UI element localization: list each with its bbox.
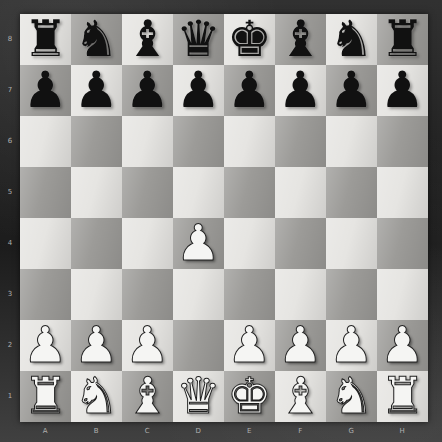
square-a4[interactable] [20, 218, 71, 269]
square-h8[interactable]: ♜ [377, 14, 428, 65]
piece-bP-c7[interactable]: ♟ [125, 65, 170, 116]
rank-label-2: 2 [0, 320, 20, 371]
square-e1[interactable]: ♚ [224, 371, 275, 422]
piece-bP-a7[interactable]: ♟ [23, 65, 68, 116]
square-g8[interactable]: ♞ [326, 14, 377, 65]
piece-bP-d7[interactable]: ♟ [176, 65, 221, 116]
square-a1[interactable]: ♜ [20, 371, 71, 422]
piece-wP-d4[interactable]: ♟ [176, 218, 221, 269]
square-f2[interactable]: ♟ [275, 320, 326, 371]
square-c2[interactable]: ♟ [122, 320, 173, 371]
rank-label-4: 4 [0, 218, 20, 269]
square-f7[interactable]: ♟ [275, 65, 326, 116]
file-label-e: E [224, 422, 275, 442]
square-d4[interactable]: ♟ [173, 218, 224, 269]
square-c5[interactable] [122, 167, 173, 218]
square-e5[interactable] [224, 167, 275, 218]
square-b2[interactable]: ♟ [71, 320, 122, 371]
square-d1[interactable]: ♛ [173, 371, 224, 422]
piece-wQ-d1[interactable]: ♛ [176, 371, 221, 422]
piece-wN-g1[interactable]: ♞ [329, 371, 374, 422]
square-a7[interactable]: ♟ [20, 65, 71, 116]
square-f6[interactable] [275, 116, 326, 167]
chessboard: ♜♞♝♛♚♝♞♜♟♟♟♟♟♟♟♟♟♟♟♟♟♟♟♟♜♞♝♛♚♝♞♜ [20, 14, 428, 422]
file-label-f: F [275, 422, 326, 442]
board-frame: ♜♞♝♛♚♝♞♜♟♟♟♟♟♟♟♟♟♟♟♟♟♟♟♟♜♞♝♛♚♝♞♜ 8765432… [0, 0, 442, 442]
piece-wP-b2[interactable]: ♟ [74, 320, 119, 371]
file-labels: ABCDEFGH [20, 422, 428, 442]
square-f1[interactable]: ♝ [275, 371, 326, 422]
square-d3[interactable] [173, 269, 224, 320]
square-g7[interactable]: ♟ [326, 65, 377, 116]
square-e3[interactable] [224, 269, 275, 320]
rank-label-3: 3 [0, 269, 20, 320]
piece-wR-a1[interactable]: ♜ [23, 371, 68, 422]
square-e6[interactable] [224, 116, 275, 167]
square-e8[interactable]: ♚ [224, 14, 275, 65]
piece-bR-h8[interactable]: ♜ [380, 14, 425, 65]
rank-label-7: 7 [0, 65, 20, 116]
square-c1[interactable]: ♝ [122, 371, 173, 422]
piece-wB-f1[interactable]: ♝ [278, 371, 323, 422]
piece-bN-g8[interactable]: ♞ [329, 14, 374, 65]
rank-label-1: 1 [0, 371, 20, 422]
piece-wP-h2[interactable]: ♟ [380, 320, 425, 371]
square-g1[interactable]: ♞ [326, 371, 377, 422]
square-g3[interactable] [326, 269, 377, 320]
square-c6[interactable] [122, 116, 173, 167]
square-c3[interactable] [122, 269, 173, 320]
rank-label-5: 5 [0, 167, 20, 218]
piece-wP-e2[interactable]: ♟ [227, 320, 272, 371]
square-a8[interactable]: ♜ [20, 14, 71, 65]
square-f3[interactable] [275, 269, 326, 320]
piece-bN-b8[interactable]: ♞ [74, 14, 119, 65]
square-a6[interactable] [20, 116, 71, 167]
square-h1[interactable]: ♜ [377, 371, 428, 422]
square-d2[interactable] [173, 320, 224, 371]
square-d8[interactable]: ♛ [173, 14, 224, 65]
piece-wB-c1[interactable]: ♝ [125, 371, 170, 422]
square-g4[interactable] [326, 218, 377, 269]
file-label-h: H [377, 422, 428, 442]
square-e7[interactable]: ♟ [224, 65, 275, 116]
square-e2[interactable]: ♟ [224, 320, 275, 371]
piece-wP-c2[interactable]: ♟ [125, 320, 170, 371]
piece-wN-b1[interactable]: ♞ [74, 371, 119, 422]
square-f4[interactable] [275, 218, 326, 269]
square-a3[interactable] [20, 269, 71, 320]
piece-bB-c8[interactable]: ♝ [125, 14, 170, 65]
piece-wK-e1[interactable]: ♚ [227, 371, 272, 422]
square-d5[interactable] [173, 167, 224, 218]
square-c4[interactable] [122, 218, 173, 269]
file-label-g: G [326, 422, 377, 442]
piece-wP-g2[interactable]: ♟ [329, 320, 374, 371]
piece-bP-g7[interactable]: ♟ [329, 65, 374, 116]
rank-label-8: 8 [0, 14, 20, 65]
piece-bK-e8[interactable]: ♚ [227, 14, 272, 65]
piece-bP-h7[interactable]: ♟ [380, 65, 425, 116]
square-b3[interactable] [71, 269, 122, 320]
square-h6[interactable] [377, 116, 428, 167]
piece-bB-f8[interactable]: ♝ [278, 14, 323, 65]
square-f8[interactable]: ♝ [275, 14, 326, 65]
square-a2[interactable]: ♟ [20, 320, 71, 371]
square-b5[interactable] [71, 167, 122, 218]
square-h2[interactable]: ♟ [377, 320, 428, 371]
square-b6[interactable] [71, 116, 122, 167]
square-b1[interactable]: ♞ [71, 371, 122, 422]
piece-bP-b7[interactable]: ♟ [74, 65, 119, 116]
piece-wP-a2[interactable]: ♟ [23, 320, 68, 371]
square-e4[interactable] [224, 218, 275, 269]
square-h4[interactable] [377, 218, 428, 269]
square-h3[interactable] [377, 269, 428, 320]
piece-bQ-d8[interactable]: ♛ [176, 14, 221, 65]
file-label-c: C [122, 422, 173, 442]
square-a5[interactable] [20, 167, 71, 218]
piece-wR-h1[interactable]: ♜ [380, 371, 425, 422]
square-b4[interactable] [71, 218, 122, 269]
rank-label-6: 6 [0, 116, 20, 167]
square-h5[interactable] [377, 167, 428, 218]
piece-wP-f2[interactable]: ♟ [278, 320, 323, 371]
rank-labels: 87654321 [0, 14, 20, 422]
square-d6[interactable] [173, 116, 224, 167]
square-b8[interactable]: ♞ [71, 14, 122, 65]
square-c8[interactable]: ♝ [122, 14, 173, 65]
square-g5[interactable] [326, 167, 377, 218]
square-d7[interactable]: ♟ [173, 65, 224, 116]
square-b7[interactable]: ♟ [71, 65, 122, 116]
square-g6[interactable] [326, 116, 377, 167]
file-label-b: B [71, 422, 122, 442]
file-label-a: A [20, 422, 71, 442]
piece-bR-a8[interactable]: ♜ [23, 14, 68, 65]
square-h7[interactable]: ♟ [377, 65, 428, 116]
square-c7[interactable]: ♟ [122, 65, 173, 116]
file-label-d: D [173, 422, 224, 442]
piece-bP-e7[interactable]: ♟ [227, 65, 272, 116]
square-g2[interactable]: ♟ [326, 320, 377, 371]
piece-bP-f7[interactable]: ♟ [278, 65, 323, 116]
square-f5[interactable] [275, 167, 326, 218]
